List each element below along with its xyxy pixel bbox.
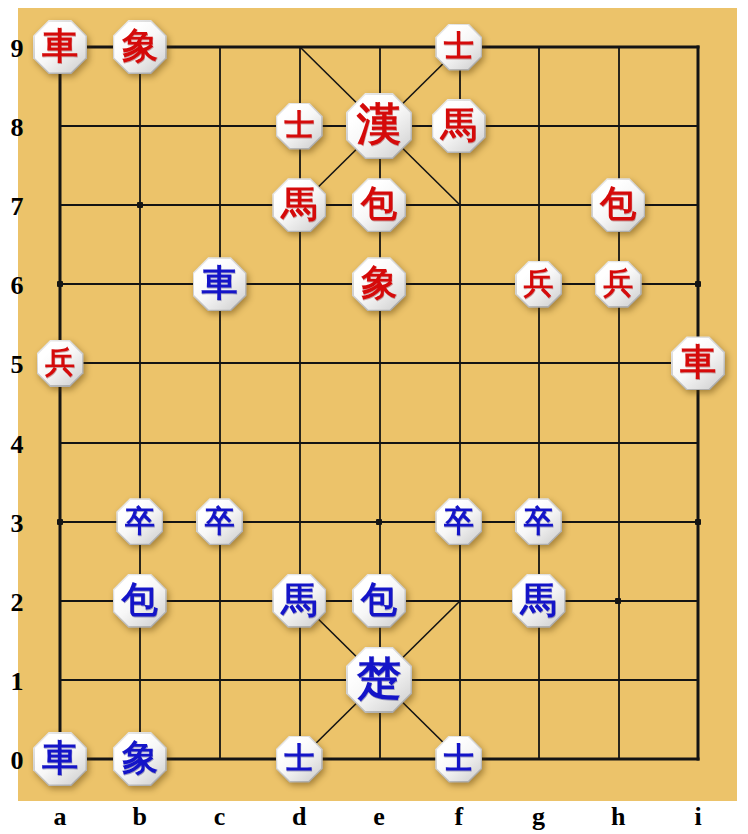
piece-blue-king-e1[interactable]: 楚 bbox=[346, 647, 412, 713]
red-soldier-glyph: 兵 bbox=[45, 347, 75, 377]
piece-red-chariot-i5[interactable]: 車 bbox=[671, 336, 725, 390]
janggi-app: 車象士士漢馬馬包包象兵兵兵車車卒卒卒卒包馬包馬楚車象士士 9876543210 … bbox=[0, 0, 748, 834]
rank-label-1: 1 bbox=[0, 669, 34, 695]
blue-soldier-glyph: 卒 bbox=[524, 506, 554, 536]
blue-king-glyph: 楚 bbox=[357, 657, 401, 701]
file-label-d: d bbox=[279, 802, 319, 832]
piece-blue-cannon-e2[interactable]: 包 bbox=[352, 574, 406, 628]
piece-blue-chariot-a0[interactable]: 車 bbox=[33, 732, 87, 786]
red-king-glyph: 漢 bbox=[357, 103, 401, 147]
piece-red-horse-d7[interactable]: 馬 bbox=[272, 178, 326, 232]
rank-label-7: 7 bbox=[0, 194, 34, 220]
blue-horse-glyph: 馬 bbox=[521, 582, 557, 618]
blue-elephant-glyph: 象 bbox=[122, 740, 158, 776]
red-elephant-glyph: 象 bbox=[122, 28, 158, 64]
piece-red-king-e8[interactable]: 漢 bbox=[346, 93, 412, 159]
red-elephant-glyph: 象 bbox=[361, 265, 397, 301]
piece-blue-horse-g2[interactable]: 馬 bbox=[512, 574, 566, 628]
rank-label-8: 8 bbox=[0, 115, 34, 141]
red-cannon-glyph: 包 bbox=[600, 186, 636, 222]
piece-blue-advisor-f0[interactable]: 士 bbox=[435, 736, 482, 783]
piece-red-soldier-g6[interactable]: 兵 bbox=[515, 261, 562, 308]
piece-red-cannon-e7[interactable]: 包 bbox=[352, 178, 406, 232]
piece-blue-horse-d2[interactable]: 馬 bbox=[272, 574, 326, 628]
file-label-i: i bbox=[678, 802, 718, 832]
piece-red-soldier-h6[interactable]: 兵 bbox=[595, 261, 642, 308]
piece-red-elephant-e6[interactable]: 象 bbox=[352, 257, 406, 311]
rank-label-2: 2 bbox=[0, 590, 34, 616]
red-chariot-glyph: 車 bbox=[42, 28, 78, 64]
file-label-a: a bbox=[40, 802, 80, 832]
red-soldier-glyph: 兵 bbox=[603, 268, 633, 298]
rank-label-6: 6 bbox=[0, 273, 34, 299]
file-label-f: f bbox=[439, 802, 479, 832]
blue-advisor-glyph: 士 bbox=[444, 743, 474, 773]
piece-red-chariot-a9[interactable]: 車 bbox=[33, 20, 87, 74]
piece-blue-advisor-d0[interactable]: 士 bbox=[276, 736, 323, 783]
red-chariot-glyph: 車 bbox=[680, 344, 716, 380]
blue-horse-glyph: 馬 bbox=[281, 582, 317, 618]
piece-red-advisor-d8[interactable]: 士 bbox=[276, 103, 323, 150]
piece-red-cannon-h7[interactable]: 包 bbox=[591, 178, 645, 232]
blue-advisor-glyph: 士 bbox=[284, 743, 314, 773]
piece-blue-soldier-b3[interactable]: 卒 bbox=[116, 498, 163, 545]
piece-blue-soldier-c3[interactable]: 卒 bbox=[196, 498, 243, 545]
blue-cannon-glyph: 包 bbox=[122, 582, 158, 618]
piece-blue-soldier-f3[interactable]: 卒 bbox=[435, 498, 482, 545]
pieces-layer: 車象士士漢馬馬包包象兵兵兵車車卒卒卒卒包馬包馬楚車象士士 bbox=[18, 8, 737, 801]
rank-label-4: 4 bbox=[0, 432, 34, 458]
blue-soldier-glyph: 卒 bbox=[125, 506, 155, 536]
rank-label-9: 9 bbox=[0, 36, 34, 62]
file-label-c: c bbox=[200, 802, 240, 832]
red-horse-glyph: 馬 bbox=[441, 107, 477, 143]
blue-chariot-glyph: 車 bbox=[202, 265, 238, 301]
blue-cannon-glyph: 包 bbox=[361, 582, 397, 618]
red-advisor-glyph: 士 bbox=[444, 31, 474, 61]
blue-soldier-glyph: 卒 bbox=[205, 506, 235, 536]
piece-blue-chariot-c6[interactable]: 車 bbox=[193, 257, 247, 311]
red-advisor-glyph: 士 bbox=[284, 110, 314, 140]
blue-chariot-glyph: 車 bbox=[42, 740, 78, 776]
piece-blue-cannon-b2[interactable]: 包 bbox=[113, 574, 167, 628]
piece-red-soldier-a5[interactable]: 兵 bbox=[37, 340, 84, 387]
piece-red-horse-f8[interactable]: 馬 bbox=[432, 99, 486, 153]
red-cannon-glyph: 包 bbox=[361, 186, 397, 222]
janggi-board: 車象士士漢馬馬包包象兵兵兵車車卒卒卒卒包馬包馬楚車象士士 bbox=[18, 8, 737, 801]
red-horse-glyph: 馬 bbox=[281, 186, 317, 222]
blue-soldier-glyph: 卒 bbox=[444, 506, 474, 536]
rank-label-3: 3 bbox=[0, 511, 34, 537]
rank-label-0: 0 bbox=[0, 748, 34, 774]
piece-blue-elephant-b0[interactable]: 象 bbox=[113, 732, 167, 786]
piece-red-elephant-b9[interactable]: 象 bbox=[113, 20, 167, 74]
red-soldier-glyph: 兵 bbox=[524, 268, 554, 298]
file-label-e: e bbox=[359, 802, 399, 832]
file-label-h: h bbox=[598, 802, 638, 832]
piece-blue-soldier-g3[interactable]: 卒 bbox=[515, 498, 562, 545]
rank-label-5: 5 bbox=[0, 352, 34, 378]
file-label-g: g bbox=[519, 802, 559, 832]
piece-red-advisor-f9[interactable]: 士 bbox=[435, 24, 482, 71]
file-label-b: b bbox=[120, 802, 160, 832]
